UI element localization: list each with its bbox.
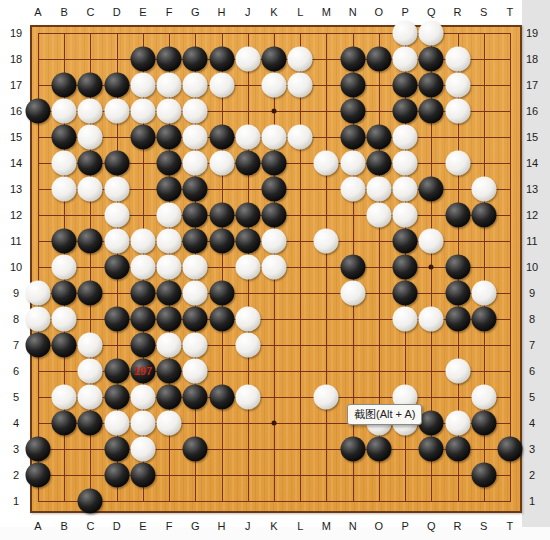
last-move-number: 197 [134, 365, 152, 377]
row-label-left: 17 [10, 79, 22, 91]
stone-black [209, 47, 234, 72]
stone-black [261, 203, 286, 228]
stone-black [26, 333, 51, 358]
column-label-top: J [245, 6, 251, 18]
column-label-bottom: C [86, 520, 94, 532]
row-label-right: 13 [526, 183, 538, 195]
column-label-bottom: N [349, 520, 357, 532]
stone-black [209, 281, 234, 306]
stone-white [26, 281, 51, 306]
stone-white [183, 99, 208, 124]
stone-white [235, 385, 260, 410]
stone-black [78, 229, 103, 254]
stone-white [235, 47, 260, 72]
stone-black [104, 463, 129, 488]
row-label-right: 11 [526, 235, 537, 247]
grid-line-horizontal [38, 293, 511, 294]
stone-white [52, 307, 77, 332]
row-label-left: 3 [13, 443, 19, 455]
row-label-right: 6 [529, 365, 535, 377]
stone-white [52, 177, 77, 202]
stone-black [393, 281, 418, 306]
stone-white [104, 99, 129, 124]
stone-white [130, 385, 155, 410]
column-label-top: T [507, 6, 514, 18]
go-board[interactable] [30, 25, 522, 513]
stone-white [340, 151, 365, 176]
stone-black [340, 437, 365, 462]
stone-black [104, 359, 129, 384]
stone-white [104, 177, 129, 202]
column-label-top: H [218, 6, 226, 18]
column-label-bottom: S [480, 520, 487, 532]
stone-white [78, 177, 103, 202]
row-label-left: 11 [10, 235, 21, 247]
stone-black [471, 203, 496, 228]
stone-white [366, 177, 391, 202]
row-label-right: 16 [526, 105, 538, 117]
grid-line-vertical [300, 33, 301, 502]
stone-black [157, 177, 182, 202]
row-label-right: 19 [526, 27, 538, 39]
star-point [271, 421, 276, 426]
stone-black [104, 307, 129, 332]
stone-black [393, 99, 418, 124]
column-label-bottom: A [34, 520, 41, 532]
stone-white [130, 255, 155, 280]
stone-black [52, 333, 77, 358]
stone-white [183, 125, 208, 150]
row-label-left: 2 [13, 469, 19, 481]
stone-black [183, 203, 208, 228]
stone-white [314, 385, 339, 410]
row-label-left: 1 [13, 495, 19, 507]
stone-black [157, 125, 182, 150]
stone-black [419, 47, 444, 72]
stone-white [393, 151, 418, 176]
stone-white [157, 229, 182, 254]
column-label-top: C [86, 6, 94, 18]
row-label-right: 4 [529, 417, 535, 429]
row-label-right: 9 [529, 287, 535, 299]
row-label-right: 1 [529, 495, 535, 507]
stone-white [340, 177, 365, 202]
stone-black [209, 385, 234, 410]
stone-black [52, 411, 77, 436]
stone-white [183, 255, 208, 280]
row-label-right: 2 [529, 469, 535, 481]
stone-white [445, 411, 470, 436]
stone-black [130, 307, 155, 332]
stone-black [340, 73, 365, 98]
stone-white [78, 385, 103, 410]
column-label-bottom: T [507, 520, 514, 532]
stone-white [445, 47, 470, 72]
column-label-top: F [166, 6, 173, 18]
stone-black [209, 203, 234, 228]
row-label-left: 4 [13, 417, 19, 429]
grid-line-vertical [510, 33, 511, 502]
row-label-right: 15 [526, 131, 538, 143]
stone-black [209, 229, 234, 254]
stone-black [157, 47, 182, 72]
stone-black [78, 281, 103, 306]
column-label-top: B [61, 6, 68, 18]
column-label-top: G [191, 6, 200, 18]
stone-black [52, 281, 77, 306]
stone-white [157, 411, 182, 436]
stone-black [209, 307, 234, 332]
stone-white [445, 99, 470, 124]
stone-white [419, 307, 444, 332]
stone-black [366, 437, 391, 462]
stone-black [419, 177, 444, 202]
stone-black [130, 333, 155, 358]
stone-white [26, 307, 51, 332]
stone-black [183, 437, 208, 462]
stone-white [445, 151, 470, 176]
row-label-left: 5 [13, 391, 19, 403]
column-label-bottom: J [245, 520, 251, 532]
stone-black [157, 359, 182, 384]
stone-white [393, 47, 418, 72]
stone-white [314, 151, 339, 176]
stone-white [393, 125, 418, 150]
column-label-top: R [454, 6, 462, 18]
stone-black [183, 229, 208, 254]
stone-white [288, 125, 313, 150]
stone-black [471, 307, 496, 332]
stone-black [366, 125, 391, 150]
stone-black [26, 99, 51, 124]
stone-black [419, 99, 444, 124]
stone-white [471, 177, 496, 202]
stone-black [445, 255, 470, 280]
stone-white [130, 411, 155, 436]
column-label-bottom: F [166, 520, 173, 532]
column-label-bottom: G [191, 520, 200, 532]
stone-black [445, 307, 470, 332]
stone-white [340, 281, 365, 306]
stone-white [393, 307, 418, 332]
stone-white [52, 151, 77, 176]
row-label-right: 14 [526, 157, 538, 169]
stone-black [157, 281, 182, 306]
stone-white [183, 151, 208, 176]
column-label-bottom: H [218, 520, 226, 532]
stone-black [130, 463, 155, 488]
stone-black [130, 125, 155, 150]
stone-white [78, 359, 103, 384]
grid-line-horizontal [38, 345, 511, 346]
column-label-bottom: O [375, 520, 384, 532]
row-label-right: 5 [529, 391, 535, 403]
column-label-bottom: R [454, 520, 462, 532]
stone-black [104, 437, 129, 462]
column-label-top: E [139, 6, 146, 18]
row-label-left: 15 [10, 131, 22, 143]
row-label-right: 3 [529, 443, 535, 455]
stone-black [340, 99, 365, 124]
stone-black [340, 47, 365, 72]
stone-black [261, 47, 286, 72]
stone-white [78, 333, 103, 358]
column-label-top: D [113, 6, 121, 18]
stone-white [104, 411, 129, 436]
stone-black [104, 73, 129, 98]
stone-black [52, 229, 77, 254]
stone-black [104, 385, 129, 410]
stone-black [157, 151, 182, 176]
stone-white [235, 125, 260, 150]
row-label-left: 10 [10, 261, 22, 273]
row-label-left: 13 [10, 183, 22, 195]
stone-white [52, 385, 77, 410]
stone-black [497, 437, 522, 462]
stone-white [235, 255, 260, 280]
stone-black [183, 385, 208, 410]
column-label-bottom: Q [427, 520, 436, 532]
stone-black [445, 437, 470, 462]
row-label-right: 7 [529, 339, 535, 351]
column-label-top: A [34, 6, 41, 18]
row-label-right: 8 [529, 313, 535, 325]
stone-black [393, 73, 418, 98]
stone-white [471, 281, 496, 306]
stone-black [445, 281, 470, 306]
stone-white [157, 203, 182, 228]
row-label-left: 12 [10, 209, 22, 221]
stone-white [52, 255, 77, 280]
stone-black [26, 437, 51, 462]
stone-black [419, 73, 444, 98]
stone-white [130, 73, 155, 98]
stone-white [261, 125, 286, 150]
stone-white [235, 333, 260, 358]
stone-black [235, 203, 260, 228]
grid-line-horizontal [38, 501, 511, 502]
row-label-left: 9 [13, 287, 19, 299]
row-label-left: 18 [10, 53, 22, 65]
stone-black [157, 385, 182, 410]
stone-black [183, 307, 208, 332]
stone-white [157, 73, 182, 98]
stone-white [288, 73, 313, 98]
stone-white [393, 203, 418, 228]
stone-black [419, 411, 444, 436]
stone-black [78, 73, 103, 98]
star-point [429, 265, 434, 270]
column-label-top: O [375, 6, 384, 18]
stone-black [261, 151, 286, 176]
row-label-left: 14 [10, 157, 22, 169]
stone-white [130, 437, 155, 462]
row-label-right: 18 [526, 53, 538, 65]
stone-black [235, 151, 260, 176]
stone-white [419, 229, 444, 254]
column-label-bottom: P [401, 520, 408, 532]
star-point [271, 109, 276, 114]
row-label-left: 7 [13, 339, 19, 351]
stone-white [261, 255, 286, 280]
stone-white [209, 151, 234, 176]
stone-black [419, 437, 444, 462]
row-label-right: 12 [526, 209, 538, 221]
stone-white [445, 359, 470, 384]
stone-black [340, 125, 365, 150]
stone-black [235, 229, 260, 254]
stone-black [340, 255, 365, 280]
stone-black [183, 177, 208, 202]
stone-black [393, 229, 418, 254]
stone-white [261, 229, 286, 254]
column-label-top: N [349, 6, 357, 18]
stone-white [183, 333, 208, 358]
row-label-right: 17 [526, 79, 538, 91]
column-label-bottom: E [139, 520, 146, 532]
stone-black [471, 411, 496, 436]
stone-black [471, 463, 496, 488]
stone-black [183, 47, 208, 72]
row-label-left: 16 [10, 105, 22, 117]
stone-black [366, 151, 391, 176]
stone-white [366, 203, 391, 228]
column-label-top: Q [427, 6, 436, 18]
row-label-left: 19 [10, 27, 22, 39]
stone-white [445, 73, 470, 98]
stone-black [26, 463, 51, 488]
column-label-top: S [480, 6, 487, 18]
stone-black [209, 125, 234, 150]
column-label-bottom: K [270, 520, 277, 532]
stone-white [209, 73, 234, 98]
grid-line-vertical [326, 33, 327, 502]
stone-white [471, 385, 496, 410]
stone-white [104, 229, 129, 254]
stone-black [78, 489, 103, 514]
stone-white [393, 177, 418, 202]
row-label-left: 8 [13, 313, 19, 325]
column-label-bottom: B [61, 520, 68, 532]
stone-white [78, 125, 103, 150]
column-label-bottom: M [322, 520, 331, 532]
stone-white [183, 359, 208, 384]
stone-white [261, 73, 286, 98]
stone-black [104, 151, 129, 176]
stone-black [104, 255, 129, 280]
stone-white [314, 229, 339, 254]
stone-white [157, 255, 182, 280]
row-label-right: 10 [526, 261, 538, 273]
stone-black [130, 281, 155, 306]
screenshot-tooltip: 截图(Alt + A) [347, 404, 422, 425]
stone-white [130, 99, 155, 124]
row-label-left: 6 [13, 365, 19, 377]
column-label-top: P [401, 6, 408, 18]
stone-white [104, 203, 129, 228]
column-label-top: K [270, 6, 277, 18]
stone-black [261, 177, 286, 202]
column-label-bottom: L [297, 520, 303, 532]
column-label-top: M [322, 6, 331, 18]
stone-white [183, 281, 208, 306]
stone-black [52, 73, 77, 98]
stone-black [393, 255, 418, 280]
column-label-bottom: D [113, 520, 121, 532]
stone-white [157, 333, 182, 358]
stone-black [366, 47, 391, 72]
stone-black [78, 151, 103, 176]
stone-black [157, 307, 182, 332]
stone-white [157, 99, 182, 124]
stone-white [419, 21, 444, 46]
go-app-window: AABBCCDDEEFFGGHHJJKKLLMMNNOOPPQQRRSSTT19… [0, 0, 550, 540]
stone-white [288, 47, 313, 72]
column-label-top: L [297, 6, 303, 18]
stone-white [52, 99, 77, 124]
stone-white [183, 73, 208, 98]
stone-white [78, 99, 103, 124]
stone-white [130, 229, 155, 254]
stone-white [393, 21, 418, 46]
stone-white [235, 307, 260, 332]
stone-black [78, 411, 103, 436]
stone-black [52, 125, 77, 150]
stone-black [445, 203, 470, 228]
stone-black [130, 47, 155, 72]
